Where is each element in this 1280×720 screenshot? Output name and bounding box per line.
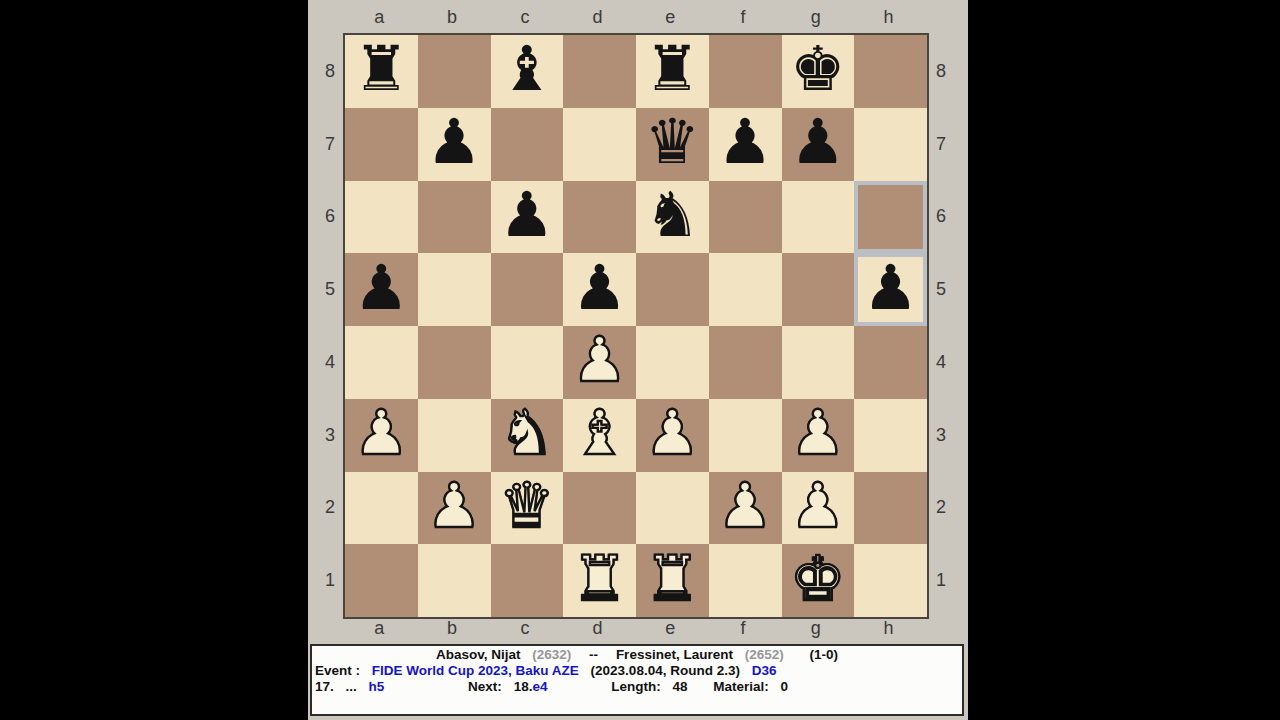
square-b7[interactable]: ♟: [418, 108, 491, 181]
file-label-d: d: [561, 618, 634, 639]
event-line: Event : FIDE World Cup 2023, Baku AZE (2…: [315, 663, 962, 679]
rank-labels-right: 87654321: [933, 35, 949, 617]
white-bishop: ♝: [572, 402, 628, 464]
file-label-f: f: [707, 618, 780, 639]
event-details: (2023.08.04, Round 2.3): [591, 663, 740, 678]
square-d1[interactable]: ♜: [563, 544, 636, 617]
black-queen: ♛: [645, 111, 701, 173]
white-pawn: ♟: [354, 402, 410, 464]
square-g7[interactable]: ♟: [782, 108, 855, 181]
file-label-b: b: [416, 618, 489, 639]
white-pawn: ♟: [790, 402, 846, 464]
rank-label-3: 3: [933, 399, 949, 472]
square-a1[interactable]: [345, 544, 418, 617]
file-label-a: a: [343, 618, 416, 639]
black-player-name: Fressinet, Laurent: [616, 647, 733, 662]
file-label-c: c: [489, 618, 562, 639]
square-f6[interactable]: [709, 181, 782, 254]
file-label-e: e: [634, 7, 707, 28]
square-a4[interactable]: [345, 326, 418, 399]
square-c5[interactable]: [491, 253, 564, 326]
square-d2[interactable]: [563, 472, 636, 545]
square-f3[interactable]: [709, 399, 782, 472]
rank-label-6: 6: [322, 181, 338, 254]
square-g1[interactable]: ♚: [782, 544, 855, 617]
square-g5[interactable]: [782, 253, 855, 326]
square-h1[interactable]: [854, 544, 927, 617]
square-h5[interactable]: ♟: [854, 253, 927, 326]
white-pawn: ♟: [790, 475, 846, 537]
white-rook: ♜: [572, 548, 628, 610]
square-h2[interactable]: [854, 472, 927, 545]
next-label: Next:: [468, 679, 502, 694]
square-f1[interactable]: [709, 544, 782, 617]
white-king: ♚: [790, 548, 846, 610]
square-e4[interactable]: [636, 326, 709, 399]
black-pawn: ♟: [499, 184, 555, 246]
square-h3[interactable]: [854, 399, 927, 472]
square-b8[interactable]: [418, 35, 491, 108]
white-player-rating: (2632): [532, 647, 571, 662]
next-move[interactable]: e4: [532, 679, 547, 694]
square-c8[interactable]: ♝: [491, 35, 564, 108]
square-g6[interactable]: [782, 181, 855, 254]
file-labels-top: abcdefgh: [343, 7, 925, 28]
file-label-h: h: [852, 618, 925, 639]
square-g4[interactable]: [782, 326, 855, 399]
square-d6[interactable]: [563, 181, 636, 254]
move-ellipsis: ...: [346, 679, 357, 694]
rank-label-5: 5: [322, 253, 338, 326]
square-e1[interactable]: ♜: [636, 544, 709, 617]
black-pawn: ♟: [717, 111, 773, 173]
rank-label-4: 4: [322, 326, 338, 399]
white-pawn: ♟: [572, 329, 628, 391]
event-label: Event :: [315, 663, 360, 678]
event-name[interactable]: FIDE World Cup 2023, Baku AZE: [372, 663, 579, 678]
white-player-name: Abasov, Nijat: [436, 647, 521, 662]
file-label-g: g: [780, 7, 853, 28]
file-label-b: b: [416, 7, 489, 28]
material-value: 0: [781, 679, 789, 694]
white-rook: ♜: [645, 548, 701, 610]
square-c6[interactable]: ♟: [491, 181, 564, 254]
length-label: Length:: [611, 679, 661, 694]
square-h8[interactable]: [854, 35, 927, 108]
square-b4[interactable]: [418, 326, 491, 399]
next-move-number: 18.: [514, 679, 533, 694]
square-f8[interactable]: [709, 35, 782, 108]
square-b6[interactable]: [418, 181, 491, 254]
square-e5[interactable]: [636, 253, 709, 326]
square-g2[interactable]: ♟: [782, 472, 855, 545]
square-h4[interactable]: [854, 326, 927, 399]
square-d7[interactable]: [563, 108, 636, 181]
rank-label-7: 7: [933, 108, 949, 181]
file-label-h: h: [852, 7, 925, 28]
black-pawn: ♟: [426, 111, 482, 173]
rank-label-2: 2: [933, 472, 949, 545]
letterbox-left: [0, 0, 308, 720]
black-pawn: ♟: [572, 257, 628, 319]
black-player-rating: (2652): [745, 647, 784, 662]
rank-label-8: 8: [322, 35, 338, 108]
square-h6[interactable]: [854, 181, 927, 254]
game-info-panel: Abasov, Nijat (2632) -- Fressinet, Laure…: [310, 644, 964, 716]
black-king: ♚: [790, 38, 846, 100]
square-a5[interactable]: ♟: [345, 253, 418, 326]
square-e8[interactable]: ♜: [636, 35, 709, 108]
file-label-c: c: [489, 7, 562, 28]
square-b3[interactable]: [418, 399, 491, 472]
file-label-a: a: [343, 7, 416, 28]
square-b1[interactable]: [418, 544, 491, 617]
square-a3[interactable]: ♟: [345, 399, 418, 472]
rank-label-5: 5: [933, 253, 949, 326]
length-value: 48: [672, 679, 687, 694]
black-pawn: ♟: [790, 111, 846, 173]
square-c4[interactable]: [491, 326, 564, 399]
moves-line: 17. ... h5 Next: 18.e4 Length: 48 Materi…: [315, 679, 962, 695]
square-e6[interactable]: ♞: [636, 181, 709, 254]
square-f2[interactable]: ♟: [709, 472, 782, 545]
square-e2[interactable]: [636, 472, 709, 545]
square-g8[interactable]: ♚: [782, 35, 855, 108]
players-separator: --: [589, 647, 598, 662]
black-bishop: ♝: [499, 38, 555, 100]
white-pawn: ♟: [717, 475, 773, 537]
square-h7[interactable]: [854, 108, 927, 181]
file-label-d: d: [561, 7, 634, 28]
black-pawn: ♟: [354, 257, 410, 319]
rank-labels-left: 87654321: [322, 35, 338, 617]
square-a8[interactable]: ♜: [345, 35, 418, 108]
letterbox-right: [968, 0, 1280, 720]
eco-code[interactable]: D36: [752, 663, 777, 678]
chess-board: ♜♝♜♚♟♛♟♟♟♞♟♟♟♟♟♞♝♟♟♟♛♟♟♜♜♚: [343, 33, 929, 619]
rank-label-6: 6: [933, 181, 949, 254]
white-pawn: ♟: [426, 475, 482, 537]
black-rook: ♜: [645, 38, 701, 100]
move-number: 17.: [315, 679, 334, 694]
square-f7[interactable]: ♟: [709, 108, 782, 181]
white-pawn: ♟: [645, 402, 701, 464]
square-c2[interactable]: ♛: [491, 472, 564, 545]
square-a7[interactable]: [345, 108, 418, 181]
white-knight: ♞: [499, 402, 555, 464]
square-f5[interactable]: [709, 253, 782, 326]
file-labels-bottom: abcdefgh: [343, 618, 925, 639]
black-rook: ♜: [354, 38, 410, 100]
square-f4[interactable]: [709, 326, 782, 399]
square-a6[interactable]: [345, 181, 418, 254]
square-c1[interactable]: [491, 544, 564, 617]
white-queen: ♛: [499, 475, 555, 537]
rank-label-1: 1: [322, 544, 338, 617]
file-label-g: g: [780, 618, 853, 639]
square-a2[interactable]: [345, 472, 418, 545]
square-b5[interactable]: [418, 253, 491, 326]
last-move[interactable]: h5: [369, 679, 385, 694]
players-line: Abasov, Nijat (2632) -- Fressinet, Laure…: [312, 647, 962, 663]
square-d4[interactable]: ♟: [563, 326, 636, 399]
black-knight: ♞: [645, 184, 701, 246]
black-pawn: ♟: [863, 257, 919, 319]
square-e3[interactable]: ♟: [636, 399, 709, 472]
square-b2[interactable]: ♟: [418, 472, 491, 545]
square-d5[interactable]: ♟: [563, 253, 636, 326]
rank-label-7: 7: [322, 108, 338, 181]
rank-label-1: 1: [933, 544, 949, 617]
square-e7[interactable]: ♛: [636, 108, 709, 181]
square-g3[interactable]: ♟: [782, 399, 855, 472]
square-d8[interactable]: [563, 35, 636, 108]
square-c7[interactable]: [491, 108, 564, 181]
rank-label-2: 2: [322, 472, 338, 545]
rank-label-4: 4: [933, 326, 949, 399]
chess-viewer: abcdefgh abcdefgh 87654321 87654321 ♜♝♜♚…: [308, 0, 968, 720]
video-frame: abcdefgh abcdefgh 87654321 87654321 ♜♝♜♚…: [0, 0, 1280, 720]
rank-label-3: 3: [322, 399, 338, 472]
file-label-f: f: [707, 7, 780, 28]
square-d3[interactable]: ♝: [563, 399, 636, 472]
file-label-e: e: [634, 618, 707, 639]
square-c3[interactable]: ♞: [491, 399, 564, 472]
rank-label-8: 8: [933, 35, 949, 108]
material-label: Material:: [713, 679, 769, 694]
game-result: (1-0): [809, 647, 838, 662]
